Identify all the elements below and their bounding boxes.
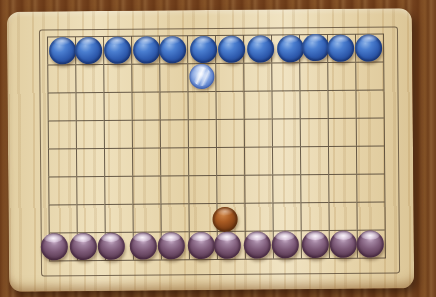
blue-stone[interactable] [75,37,102,64]
blue-stone[interactable] [49,37,76,64]
game-board [7,8,414,292]
purple-stone[interactable] [244,232,271,259]
purple-stone[interactable] [97,233,124,260]
blue-stone[interactable] [133,36,160,63]
purple-stone[interactable] [357,231,384,258]
purple-stone[interactable] [214,232,241,259]
purple-stone[interactable] [330,231,357,258]
amber-dux-stone[interactable] [213,207,238,232]
blue-stone[interactable] [302,34,329,61]
purple-stone[interactable] [158,233,185,260]
purple-stone[interactable] [69,233,96,260]
pieces-layer [7,8,414,292]
blue-stone[interactable] [277,35,304,62]
purple-stone[interactable] [40,234,67,261]
purple-stone[interactable] [272,232,299,259]
purple-stone[interactable] [302,231,329,258]
blue-stone[interactable] [104,36,131,63]
blue-stone[interactable] [327,34,354,61]
blue-stone[interactable] [190,36,217,63]
purple-stone[interactable] [188,232,215,259]
blue-stone[interactable] [159,36,186,63]
blue-stone[interactable] [218,35,245,62]
blue-stone[interactable] [247,35,274,62]
blue-stone[interactable] [355,34,382,61]
blue-dux-stone[interactable] [189,64,214,89]
purple-stone[interactable] [130,233,157,260]
